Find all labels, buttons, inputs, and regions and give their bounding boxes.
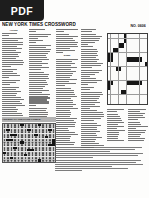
crossword-page-preview[interactable]: PDF NEW YORK TIMES CROSSWORD NO. 0606 Ac… [0, 0, 149, 198]
text-line [128, 136, 140, 137]
text-line [56, 128, 68, 129]
text-line [56, 94, 75, 95]
text-line [56, 124, 75, 125]
text-line [56, 110, 70, 111]
text-line [29, 84, 49, 85]
clue-lines [81, 29, 104, 148]
text-line [2, 46, 17, 47]
text-line [81, 137, 102, 138]
fine-print-line [55, 162, 136, 163]
text-line [56, 122, 76, 123]
text-line [29, 63, 49, 64]
text-line [29, 82, 47, 83]
text-line [56, 65, 71, 66]
pdf-badge-label: PDF [11, 5, 34, 17]
text-line [81, 46, 93, 47]
fine-print [55, 147, 146, 172]
text-line [2, 40, 18, 41]
text-line [107, 124, 118, 125]
text-line [29, 57, 47, 58]
text-line [56, 92, 74, 93]
fine-print-line [55, 147, 142, 148]
text-line [56, 42, 78, 43]
text-line [2, 69, 17, 70]
text-line [56, 73, 73, 74]
text-line [81, 116, 104, 117]
text-line [81, 51, 98, 52]
text-line [81, 114, 104, 115]
text-line [2, 87, 19, 88]
text-line [56, 34, 69, 35]
text-line [81, 84, 88, 85]
text-line [56, 88, 71, 89]
text-line [29, 72, 44, 73]
fine-print-line [55, 157, 93, 158]
text-line [2, 60, 23, 61]
text-line [2, 62, 24, 63]
clue-lines [29, 29, 52, 117]
text-line [81, 38, 100, 39]
text-line [2, 80, 20, 81]
down-header: Down [56, 54, 78, 57]
text-line [2, 107, 16, 108]
text-line [81, 120, 94, 121]
text-line [81, 87, 94, 88]
text-line [81, 55, 98, 56]
text-line [107, 122, 125, 123]
clue-column-3: Down [56, 29, 78, 146]
text-line [2, 84, 10, 85]
across-header: Across [2, 29, 25, 32]
text-line [81, 94, 103, 95]
text-line [56, 59, 78, 60]
text-line [29, 114, 48, 115]
text-line [56, 46, 78, 47]
text-line [56, 102, 73, 103]
text-line [29, 108, 47, 109]
text-line [29, 80, 46, 81]
text-line [29, 69, 42, 70]
text-line [81, 44, 88, 45]
text-line [2, 77, 9, 78]
text-line [56, 142, 75, 143]
text-line [29, 99, 48, 100]
text-line [81, 80, 102, 81]
text-line [2, 97, 21, 98]
text-line [81, 104, 95, 105]
text-line [107, 130, 125, 131]
text-line [81, 131, 100, 132]
text-line [81, 112, 103, 113]
text-line [56, 69, 71, 70]
text-line [81, 74, 95, 75]
text-line [128, 109, 146, 110]
text-line [56, 132, 75, 133]
main-crossword-grid [107, 33, 148, 105]
text-line [81, 61, 97, 62]
text-line [29, 29, 45, 30]
text-line [81, 92, 102, 93]
text-line [29, 94, 51, 95]
text-line [2, 82, 16, 83]
text-line [2, 91, 21, 92]
text-line [128, 126, 148, 127]
text-line [2, 73, 17, 74]
text-line [29, 51, 51, 52]
clue-lines [56, 59, 78, 146]
text-line [107, 126, 124, 127]
text-line [81, 145, 104, 146]
text-line [81, 59, 99, 60]
text-line [81, 110, 97, 111]
fine-print-line [55, 151, 110, 152]
text-line [29, 103, 50, 104]
text-line [128, 115, 143, 116]
text-line [56, 126, 75, 127]
answer-section-heading-bar: ANSWER TO PREVIOUS PUZZLE [2, 117, 56, 122]
text-line [81, 34, 96, 35]
text-line [2, 109, 18, 110]
text-line [56, 104, 76, 105]
text-line [2, 54, 18, 55]
text-line [2, 111, 17, 112]
clue-lines [107, 109, 126, 141]
fine-print-line [55, 153, 143, 154]
text-line [29, 105, 36, 106]
clue-lines [56, 29, 78, 53]
text-line [2, 64, 23, 65]
text-line [56, 118, 77, 119]
text-line [29, 53, 48, 54]
text-line [29, 97, 51, 98]
text-line [29, 88, 44, 89]
text-line [128, 111, 140, 112]
text-line [81, 135, 97, 136]
text-line [81, 78, 96, 79]
text-line [2, 48, 22, 49]
text-line [2, 42, 23, 43]
text-line [2, 50, 16, 51]
white-cell [145, 99, 147, 103]
text-line [81, 98, 99, 99]
text-line [81, 72, 99, 73]
text-line [56, 31, 64, 32]
text-line [81, 139, 96, 140]
text-line [56, 36, 78, 37]
text-line [56, 85, 65, 86]
text-line [29, 76, 48, 77]
text-line [107, 116, 120, 117]
clue-column-4 [81, 29, 104, 149]
text-line [56, 108, 78, 109]
text-line [2, 75, 20, 76]
clue-lines [128, 109, 148, 141]
text-line [81, 143, 99, 144]
text-line [29, 101, 49, 102]
text-line [128, 117, 145, 118]
clue-lines [2, 33, 25, 117]
text-line [2, 95, 16, 96]
fine-print-line [55, 149, 135, 150]
text-line [29, 42, 36, 43]
text-line [29, 59, 50, 60]
text-line [81, 123, 97, 124]
text-line [107, 118, 121, 119]
text-line [56, 136, 71, 137]
text-line [2, 113, 22, 114]
pdf-badge: PDF [0, 0, 44, 21]
text-line [2, 105, 25, 106]
text-line [81, 49, 97, 50]
text-line [81, 125, 101, 126]
text-line [56, 67, 77, 68]
text-line [2, 71, 13, 72]
text-line [56, 120, 74, 121]
text-line [128, 124, 141, 125]
text-line [107, 111, 117, 112]
text-line [29, 74, 50, 75]
text-line [128, 119, 138, 120]
text-line [56, 114, 71, 115]
clue-column-5 [107, 109, 126, 142]
text-line [56, 144, 74, 145]
text-line [2, 99, 24, 100]
text-line [128, 134, 141, 135]
text-line [56, 106, 73, 107]
text-line [29, 110, 46, 111]
text-line [107, 114, 119, 115]
previous-puzzle-answer-grid [2, 123, 56, 163]
text-line [29, 67, 49, 68]
text-line [29, 65, 43, 66]
text-line [56, 96, 77, 97]
clue-column-2 [29, 29, 52, 118]
text-line [29, 31, 36, 32]
text-line [29, 36, 49, 37]
text-line [29, 45, 52, 46]
fine-print-line [55, 160, 141, 161]
text-line [107, 136, 118, 137]
text-line [2, 38, 23, 39]
text-line [81, 53, 97, 54]
fine-print-line [55, 164, 143, 165]
text-line [2, 115, 23, 116]
text-line [29, 47, 47, 48]
text-line [56, 29, 78, 30]
text-line [56, 77, 70, 78]
text-line [29, 55, 47, 56]
text-line [29, 40, 43, 41]
text-line [81, 133, 96, 134]
text-line [128, 138, 145, 139]
text-line [56, 52, 63, 53]
text-line [81, 100, 97, 101]
text-line [81, 67, 92, 68]
text-line [56, 38, 73, 39]
text-line [107, 138, 119, 139]
text-line [81, 65, 101, 66]
text-line [56, 130, 69, 131]
text-line [56, 75, 72, 76]
text-line [29, 61, 42, 62]
text-line [29, 34, 52, 35]
text-line [56, 138, 70, 139]
text-line [2, 58, 16, 59]
text-line [81, 63, 103, 64]
page-title: NEW YORK TIMES CROSSWORD [2, 22, 76, 27]
text-line [81, 31, 92, 32]
fine-print-line [55, 170, 82, 171]
text-line [81, 76, 90, 77]
text-line [56, 98, 71, 99]
text-line [107, 128, 117, 129]
text-line [81, 89, 90, 90]
clue-column-1: Across [2, 29, 25, 119]
text-line [56, 134, 78, 135]
text-line [2, 35, 9, 36]
text-line [56, 81, 69, 82]
text-line [56, 48, 70, 49]
text-line [2, 103, 22, 104]
text-line [29, 78, 50, 79]
text-line [2, 44, 23, 45]
text-line [56, 50, 75, 51]
text-line [2, 33, 17, 34]
text-line [107, 120, 122, 121]
answer-section-heading: ANSWER TO PREVIOUS PUZZLE [2, 118, 41, 120]
text-line [81, 141, 95, 142]
text-line [128, 130, 146, 131]
text-line [56, 61, 72, 62]
clue-column-6 [128, 109, 148, 142]
text-line [29, 86, 46, 87]
text-line [107, 109, 124, 110]
text-line [128, 113, 145, 114]
puzzle-number: NO. 0606 [131, 23, 146, 28]
text-line [56, 83, 76, 84]
text-line [56, 63, 75, 64]
text-line [2, 66, 11, 67]
text-line [56, 44, 77, 45]
text-line [2, 89, 16, 90]
text-line [81, 118, 101, 119]
text-line [56, 112, 71, 113]
text-line [81, 42, 95, 43]
text-line [29, 90, 50, 91]
text-line [56, 140, 70, 141]
fine-print-line [55, 168, 128, 169]
text-line [81, 36, 102, 37]
text-line [81, 40, 99, 41]
text-line [81, 129, 97, 130]
text-line [81, 108, 90, 109]
text-line [2, 56, 19, 57]
text-line [81, 82, 97, 83]
text-line [81, 106, 100, 107]
text-line [107, 140, 124, 141]
text-line [81, 102, 100, 103]
text-line [128, 140, 144, 141]
text-line [81, 29, 96, 30]
text-line [128, 122, 140, 123]
text-line [56, 71, 76, 72]
text-line [29, 92, 43, 93]
text-line [2, 101, 20, 102]
text-line [128, 128, 136, 129]
text-line [81, 96, 100, 97]
text-line [107, 134, 119, 135]
text-line [2, 93, 17, 94]
text-line [56, 40, 75, 41]
text-line [128, 132, 145, 133]
text-line [81, 127, 97, 128]
text-line [56, 79, 77, 80]
fine-print-line [55, 166, 112, 167]
text-line [56, 100, 73, 101]
text-line [56, 90, 74, 91]
text-line [2, 52, 21, 53]
text-line [29, 38, 38, 39]
text-line [29, 96, 48, 97]
text-line [29, 49, 51, 50]
text-line [81, 57, 96, 58]
text-line [81, 70, 102, 71]
text-line [29, 112, 48, 113]
text-line [107, 132, 119, 133]
fine-print-line [55, 155, 138, 156]
text-line [56, 116, 70, 117]
